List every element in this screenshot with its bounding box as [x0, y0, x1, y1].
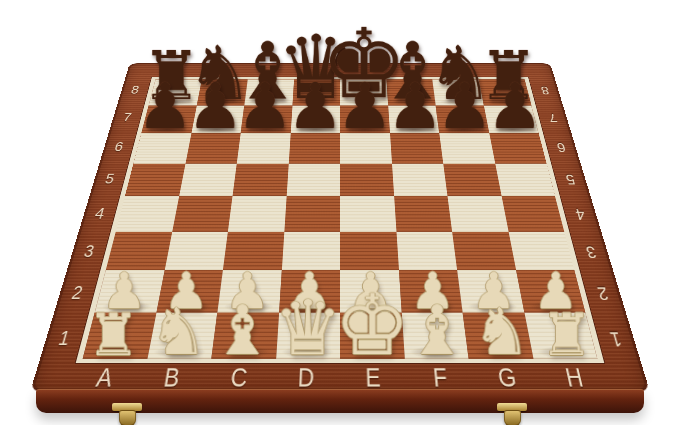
piece-black-pawn-d7: ♟ — [287, 75, 344, 138]
square-c1: ♝ — [211, 312, 278, 358]
square-d4 — [284, 196, 340, 231]
square-f6 — [390, 133, 444, 163]
square-a6 — [134, 133, 192, 163]
piece-black-pawn-g7: ♟ — [437, 75, 494, 138]
square-d1: ♛ — [276, 312, 340, 358]
piece-white-queen-d1: ♛ — [274, 290, 342, 366]
square-a4 — [116, 196, 179, 231]
square-h7: ♟ — [483, 105, 538, 133]
latch-hasp — [119, 410, 136, 425]
square-e1: ♚ — [340, 312, 404, 358]
brass-latch-left-icon — [109, 403, 145, 425]
square-c4 — [228, 196, 286, 231]
square-e4 — [340, 196, 396, 231]
square-g6 — [439, 133, 495, 163]
square-h1: ♜ — [524, 312, 597, 358]
piece-white-rook-h1: ♜ — [540, 306, 592, 364]
square-e7: ♟ — [340, 105, 390, 133]
square-e6 — [340, 133, 392, 163]
piece-black-pawn-f7: ♟ — [387, 75, 444, 138]
case-box-side — [36, 389, 644, 413]
square-b4 — [172, 196, 233, 231]
square-h5 — [495, 163, 555, 196]
piece-white-king-e1: ♚ — [335, 283, 410, 367]
piece-white-rook-a1: ♜ — [87, 306, 139, 364]
square-d5 — [286, 163, 340, 196]
square-g4 — [447, 196, 508, 231]
piece-black-pawn-b7: ♟ — [187, 75, 244, 138]
piece-white-bishop-f1: ♝ — [407, 297, 468, 365]
square-d6 — [288, 133, 340, 163]
file-labels-bottom: ABCDEFGH — [68, 363, 612, 392]
piece-white-knight-g1: ♞ — [473, 300, 531, 364]
square-a1: ♜ — [83, 312, 156, 358]
square-f7: ♟ — [388, 105, 439, 133]
square-g7: ♟ — [436, 105, 489, 133]
square-d7: ♟ — [290, 105, 340, 133]
square-c7: ♟ — [241, 105, 292, 133]
brass-latch-right-icon — [494, 403, 530, 425]
square-f1: ♝ — [401, 312, 468, 358]
square-c6 — [237, 133, 291, 163]
square-h4 — [501, 196, 564, 231]
piece-black-pawn-c7: ♟ — [237, 75, 294, 138]
square-f4 — [394, 196, 452, 231]
square-g5 — [443, 163, 501, 196]
square-b1: ♞ — [147, 312, 217, 358]
square-c5 — [233, 163, 289, 196]
square-h6 — [489, 133, 547, 163]
square-b5 — [179, 163, 237, 196]
square-f5 — [392, 163, 448, 196]
square-e5 — [340, 163, 394, 196]
chess-board: 87654321 87654321 ABCDEFGH ♜♞♝♛♚♝♞♜♟♟♟♟♟… — [30, 63, 650, 392]
chess-set-photo: 87654321 87654321 ABCDEFGH ♜♞♝♛♚♝♞♜♟♟♟♟♟… — [0, 0, 680, 425]
piece-white-knight-b1: ♞ — [149, 300, 207, 364]
square-b6 — [185, 133, 241, 163]
board-scene: 87654321 87654321 ABCDEFGH ♜♞♝♛♚♝♞♜♟♟♟♟♟… — [30, 28, 650, 392]
board-grid: ♜♞♝♛♚♝♞♜♟♟♟♟♟♟♟♟♟♟♟♟♟♟♟♟♜♞♝♛♚♝♞♜ — [76, 77, 605, 363]
piece-white-bishop-c1: ♝ — [212, 297, 273, 365]
latch-hasp — [504, 410, 521, 425]
square-a5 — [125, 163, 185, 196]
square-g1: ♞ — [463, 312, 533, 358]
piece-black-pawn-e7: ♟ — [337, 75, 394, 138]
